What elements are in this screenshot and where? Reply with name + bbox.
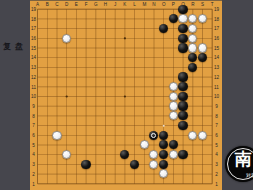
stone-white-P11[interactable] xyxy=(169,82,178,91)
stone-layer xyxy=(33,4,217,188)
board-top-edge xyxy=(30,0,222,1)
last-move-circle-mark xyxy=(151,133,156,138)
review-mode-label: 复盘 xyxy=(3,41,27,52)
stone-white-Q18[interactable] xyxy=(178,14,187,23)
stone-white-D4[interactable] xyxy=(62,150,71,159)
stone-black-P5[interactable] xyxy=(169,140,178,149)
stone-black-O3[interactable] xyxy=(159,160,168,169)
stone-white-S6[interactable] xyxy=(198,131,207,140)
stone-black-O6[interactable] xyxy=(159,131,168,140)
stone-black-R14[interactable] xyxy=(188,53,197,62)
stone-white-R15[interactable] xyxy=(188,43,197,52)
stone-black-P18[interactable] xyxy=(169,14,178,23)
stone-black-O17[interactable] xyxy=(159,24,168,33)
stone-black-O5[interactable] xyxy=(159,140,168,149)
stone-black-Q9[interactable] xyxy=(178,101,187,110)
stone-white-P9[interactable] xyxy=(169,101,178,110)
stone-black-Q16[interactable] xyxy=(178,34,187,43)
stone-black-Q17[interactable] xyxy=(178,24,187,33)
stone-black-Q19[interactable] xyxy=(178,5,187,14)
stone-white-D16[interactable] xyxy=(62,34,71,43)
stone-black-N6[interactable] xyxy=(149,131,158,140)
logo-main-character: 南 xyxy=(225,148,253,171)
stone-black-Q11[interactable] xyxy=(178,82,187,91)
stone-black-Q8[interactable] xyxy=(178,111,187,120)
stone-white-S15[interactable] xyxy=(198,43,207,52)
stone-white-N3[interactable] xyxy=(149,160,158,169)
stone-black-L3[interactable] xyxy=(130,160,139,169)
stone-black-Q10[interactable] xyxy=(178,92,187,101)
ghost-dot-annotation xyxy=(162,124,165,127)
stone-black-Q12[interactable] xyxy=(178,72,187,81)
logo-sub-text: 对弈 xyxy=(246,172,253,178)
stone-white-R16[interactable] xyxy=(188,34,197,43)
stone-black-K4[interactable] xyxy=(120,150,129,159)
stone-white-R6[interactable] xyxy=(188,131,197,140)
stone-white-P8[interactable] xyxy=(169,111,178,120)
stone-black-Q15[interactable] xyxy=(178,43,187,52)
go-review-screen: 复盘 ABCDEFGHJKLMNOPQRST191918181717161615… xyxy=(0,0,253,190)
stone-black-F3[interactable] xyxy=(81,160,90,169)
stone-black-Q4[interactable] xyxy=(178,150,187,159)
app-logo: 南 对弈 xyxy=(225,146,253,182)
stone-black-R13[interactable] xyxy=(188,63,197,72)
stone-white-C6[interactable] xyxy=(52,131,61,140)
stone-white-O2[interactable] xyxy=(159,169,168,178)
stone-white-R17[interactable] xyxy=(188,24,197,33)
stone-white-P10[interactable] xyxy=(169,92,178,101)
stone-black-O4[interactable] xyxy=(159,150,168,159)
stone-white-P4[interactable] xyxy=(169,150,178,159)
stone-white-S18[interactable] xyxy=(198,14,207,23)
stone-white-R18[interactable] xyxy=(188,14,197,23)
stone-black-Q7[interactable] xyxy=(178,121,187,130)
go-board[interactable]: ABCDEFGHJKLMNOPQRST191918181717161615151… xyxy=(30,0,222,190)
stone-black-S14[interactable] xyxy=(198,53,207,62)
stone-white-M5[interactable] xyxy=(140,140,149,149)
stone-white-N4[interactable] xyxy=(149,150,158,159)
